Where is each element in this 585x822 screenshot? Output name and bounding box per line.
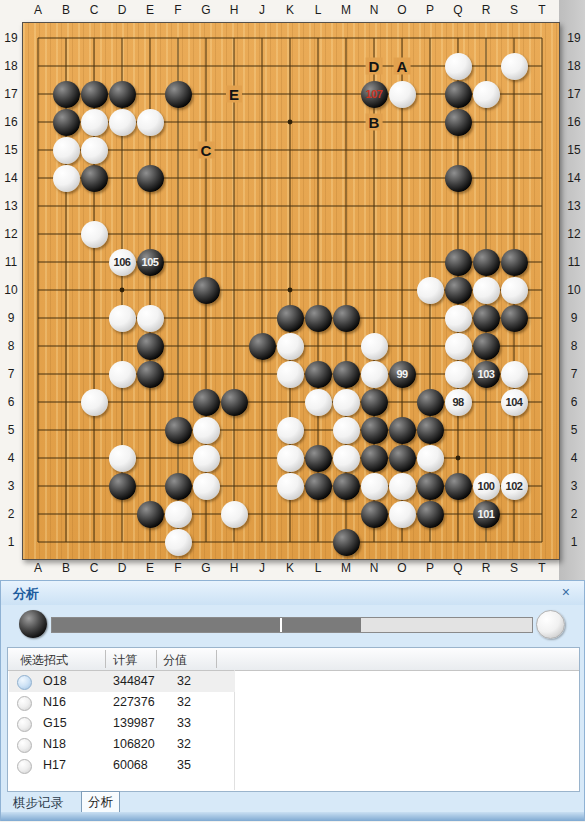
white-stone-F1[interactable] — [165, 529, 192, 556]
white-stone-H2[interactable] — [221, 501, 248, 528]
table-row-G15[interactable]: G1513998733 — [9, 713, 577, 734]
white-stone-C6[interactable] — [81, 389, 108, 416]
white-stone-R10[interactable] — [473, 277, 500, 304]
column-label: D — [111, 3, 133, 17]
move-number-label: 106 — [109, 249, 136, 276]
column-label: L — [307, 561, 329, 575]
white-stone-C15[interactable] — [81, 137, 108, 164]
black-stone-E7[interactable] — [137, 361, 164, 388]
row-label: 2 — [563, 507, 585, 521]
row-label: 6 — [0, 395, 22, 409]
board-annotation-C[interactable]: C — [198, 142, 215, 159]
candidate-stone-icon — [17, 717, 32, 732]
black-stone-P3[interactable] — [417, 473, 444, 500]
column-label: H — [223, 3, 245, 17]
calc-cell: 106820 — [113, 737, 155, 751]
table-row-O18[interactable]: O1834484732 — [9, 671, 235, 692]
black-stone-P5[interactable] — [417, 417, 444, 444]
black-stone-E14[interactable] — [137, 165, 164, 192]
white-stone-S6[interactable]: 104 — [501, 389, 528, 416]
black-stone-M9[interactable] — [333, 305, 360, 332]
black-stone-R7[interactable]: 103 — [473, 361, 500, 388]
row-label: 5 — [0, 423, 22, 437]
black-stone-R9[interactable] — [473, 305, 500, 332]
table-header-move[interactable]: 候选招式 — [20, 652, 68, 669]
white-stone-G5[interactable] — [193, 417, 220, 444]
move-cell: N16 — [43, 695, 66, 709]
column-label: T — [531, 561, 553, 575]
column-label: F — [167, 3, 189, 17]
candidate-stone-icon — [17, 759, 32, 774]
row-label: 11 — [0, 255, 22, 269]
column-label: G — [195, 561, 217, 575]
column-label: N — [363, 561, 385, 575]
black-stone-Q10[interactable] — [445, 277, 472, 304]
column-label: B — [55, 3, 77, 17]
black-stone-E8[interactable] — [137, 333, 164, 360]
white-stone-D16[interactable] — [109, 109, 136, 136]
black-stone-B16[interactable] — [53, 109, 80, 136]
calc-cell: 139987 — [113, 716, 155, 730]
black-stone-L4[interactable] — [305, 445, 332, 472]
white-stone-F2[interactable] — [165, 501, 192, 528]
row-label: 16 — [0, 115, 22, 129]
column-label: G — [195, 3, 217, 17]
table-header: 候选招式 计算 分值 — [8, 648, 579, 671]
column-label: J — [251, 561, 273, 575]
black-stone-L3[interactable] — [305, 473, 332, 500]
black-stone-F17[interactable] — [165, 81, 192, 108]
white-stone-D7[interactable] — [109, 361, 136, 388]
column-label: B — [55, 561, 77, 575]
black-stone-R8[interactable] — [473, 333, 500, 360]
row-label: 14 — [0, 171, 22, 185]
candidate-stone-icon — [17, 696, 32, 711]
row-label: 2 — [0, 507, 22, 521]
black-stone-indicator — [19, 610, 47, 638]
go-app-window: 1071059910310110698104100102ABCDE AABBCC… — [0, 0, 585, 822]
score-cell: 32 — [177, 695, 191, 709]
white-stone-K5[interactable] — [277, 417, 304, 444]
row-label: 13 — [563, 199, 585, 213]
white-stone-O17[interactable] — [389, 81, 416, 108]
column-label: A — [27, 3, 49, 17]
table-row-H17[interactable]: H176006835 — [9, 755, 577, 776]
move-number-label: 102 — [501, 473, 528, 500]
tab-move-record[interactable]: 棋步记录 — [9, 793, 67, 814]
black-stone-Q11[interactable] — [445, 249, 472, 276]
score-cell: 32 — [177, 737, 191, 751]
column-label: A — [27, 561, 49, 575]
black-stone-H6[interactable] — [221, 389, 248, 416]
table-header-score[interactable]: 分值 — [163, 652, 187, 669]
white-stone-C12[interactable] — [81, 221, 108, 248]
analysis-panel: 分析 × 候选招式 计算 分值 O1834484732N1622737632G1… — [0, 580, 585, 821]
progress-marker[interactable] — [280, 618, 282, 632]
move-number-label: 98 — [445, 389, 472, 416]
black-stone-O7[interactable]: 99 — [389, 361, 416, 388]
black-stone-L7[interactable] — [305, 361, 332, 388]
black-stone-B17[interactable] — [53, 81, 80, 108]
white-stone-P10[interactable] — [417, 277, 444, 304]
progress-bar[interactable] — [51, 617, 533, 633]
row-label: 10 — [0, 283, 22, 297]
black-stone-S11[interactable] — [501, 249, 528, 276]
column-label: R — [475, 561, 497, 575]
row-label: 9 — [563, 311, 585, 325]
row-label: 18 — [0, 59, 22, 73]
black-stone-F3[interactable] — [165, 473, 192, 500]
column-label: T — [531, 3, 553, 17]
row-label: 10 — [563, 283, 585, 297]
move-cell: N18 — [43, 737, 66, 751]
column-label: C — [83, 561, 105, 575]
black-stone-O5[interactable] — [389, 417, 416, 444]
column-label: E — [139, 3, 161, 17]
white-stone-N3[interactable] — [361, 473, 388, 500]
black-stone-Q14[interactable] — [445, 165, 472, 192]
column-label: J — [251, 3, 273, 17]
white-stone-G3[interactable] — [193, 473, 220, 500]
row-label: 7 — [0, 367, 22, 381]
column-label: P — [419, 3, 441, 17]
panel-title: 分析 — [13, 585, 39, 603]
table-row-N18[interactable]: N1810682032 — [9, 734, 577, 755]
go-board[interactable]: 1071059910310110698104100102ABCDE AABBCC… — [0, 0, 585, 580]
black-stone-Q16[interactable] — [445, 109, 472, 136]
black-stone-N2[interactable] — [361, 501, 388, 528]
row-label: 9 — [0, 311, 22, 325]
column-label: C — [83, 3, 105, 17]
black-stone-M7[interactable] — [333, 361, 360, 388]
progress-fill — [52, 618, 361, 632]
calc-cell: 227376 — [113, 695, 155, 709]
column-label: S — [503, 3, 525, 17]
row-label: 3 — [563, 479, 585, 493]
white-stone-C16[interactable] — [81, 109, 108, 136]
move-cell: H17 — [43, 758, 66, 772]
black-stone-M1[interactable] — [333, 529, 360, 556]
table-header-calc[interactable]: 计算 — [113, 652, 137, 669]
column-label: S — [503, 561, 525, 575]
black-stone-N17[interactable]: 107 — [361, 81, 388, 108]
white-stone-O3[interactable] — [389, 473, 416, 500]
black-stone-C14[interactable] — [81, 165, 108, 192]
row-label: 17 — [563, 87, 585, 101]
column-label: M — [335, 3, 357, 17]
panel-titlebar: 分析 × — [1, 581, 584, 605]
move-number-label: 105 — [137, 249, 164, 276]
row-label: 19 — [563, 31, 585, 45]
row-label: 18 — [563, 59, 585, 73]
black-stone-N4[interactable] — [361, 445, 388, 472]
move-number-label: 99 — [389, 361, 416, 388]
white-stone-Q9[interactable] — [445, 305, 472, 332]
tab-analysis[interactable]: 分析 — [81, 791, 120, 814]
white-stone-D4[interactable] — [109, 445, 136, 472]
white-stone-Q18[interactable] — [445, 53, 472, 80]
white-stone-Q7[interactable] — [445, 361, 472, 388]
row-label: 19 — [0, 31, 22, 45]
black-stone-S9[interactable] — [501, 305, 528, 332]
black-stone-G6[interactable] — [193, 389, 220, 416]
white-stone-Q8[interactable] — [445, 333, 472, 360]
bottom-strip — [1, 812, 584, 821]
row-label: 1 — [563, 535, 585, 549]
white-stone-O2[interactable] — [389, 501, 416, 528]
white-stone-K3[interactable] — [277, 473, 304, 500]
black-stone-O4[interactable] — [389, 445, 416, 472]
white-stone-L6[interactable] — [305, 389, 332, 416]
white-stone-M5[interactable] — [333, 417, 360, 444]
column-label: L — [307, 3, 329, 17]
black-stone-P6[interactable] — [417, 389, 444, 416]
table-row-N16[interactable]: N1622737632 — [9, 692, 577, 713]
black-stone-Q17[interactable] — [445, 81, 472, 108]
column-label: F — [167, 561, 189, 575]
white-stone-R3[interactable]: 100 — [473, 473, 500, 500]
tab-bar: 棋步记录 分析 — [1, 790, 584, 812]
column-label: M — [335, 561, 357, 575]
board-annotation-A[interactable]: A — [394, 58, 411, 75]
candidate-stone-icon — [17, 738, 32, 753]
row-label: 13 — [0, 199, 22, 213]
white-stone-K8[interactable] — [277, 333, 304, 360]
score-cell: 32 — [177, 674, 191, 688]
black-stone-D17[interactable] — [109, 81, 136, 108]
row-label: 8 — [0, 339, 22, 353]
score-cell: 33 — [177, 716, 191, 730]
black-stone-J8[interactable] — [249, 333, 276, 360]
move-cell: O18 — [43, 674, 67, 688]
calc-cell: 344847 — [113, 674, 155, 688]
black-stone-C17[interactable] — [81, 81, 108, 108]
white-stone-K7[interactable] — [277, 361, 304, 388]
move-number-label: 107 — [361, 81, 388, 108]
calc-cell: 60068 — [113, 758, 148, 772]
white-stone-R17[interactable] — [473, 81, 500, 108]
white-stone-B14[interactable] — [53, 165, 80, 192]
candidate-stone-icon — [17, 675, 32, 690]
column-label: O — [391, 561, 413, 575]
board-annotation-B[interactable]: B — [366, 114, 383, 131]
black-stone-D3[interactable] — [109, 473, 136, 500]
white-stone-S10[interactable] — [501, 277, 528, 304]
row-label: 12 — [0, 227, 22, 241]
column-label: R — [475, 3, 497, 17]
white-stone-E9[interactable] — [137, 305, 164, 332]
black-stone-M3[interactable] — [333, 473, 360, 500]
white-stone-Q6[interactable]: 98 — [445, 389, 472, 416]
black-stone-L9[interactable] — [305, 305, 332, 332]
column-label: P — [419, 561, 441, 575]
black-stone-P2[interactable] — [417, 501, 444, 528]
white-stone-M4[interactable] — [333, 445, 360, 472]
column-label: E — [139, 561, 161, 575]
analysis-table: 候选招式 计算 分值 O1834484732N1622737632G151399… — [7, 647, 580, 792]
white-stone-N8[interactable] — [361, 333, 388, 360]
row-label: 4 — [0, 451, 22, 465]
black-stone-E2[interactable] — [137, 501, 164, 528]
move-cell: G15 — [43, 716, 67, 730]
column-label: Q — [447, 561, 469, 575]
white-stone-G4[interactable] — [193, 445, 220, 472]
white-stone-E16[interactable] — [137, 109, 164, 136]
row-label: 15 — [0, 143, 22, 157]
close-icon[interactable]: × — [562, 584, 570, 600]
row-label: 1 — [0, 535, 22, 549]
column-label: Q — [447, 3, 469, 17]
row-label: 7 — [563, 367, 585, 381]
row-label: 8 — [563, 339, 585, 353]
white-stone-N7[interactable] — [361, 361, 388, 388]
column-label: H — [223, 561, 245, 575]
black-stone-R11[interactable] — [473, 249, 500, 276]
row-label: 11 — [563, 255, 585, 269]
column-label: O — [391, 3, 413, 17]
white-stone-K4[interactable] — [277, 445, 304, 472]
white-stone-M6[interactable] — [333, 389, 360, 416]
white-stone-D9[interactable] — [109, 305, 136, 332]
column-label: K — [279, 561, 301, 575]
row-label: 17 — [0, 87, 22, 101]
black-stone-K9[interactable] — [277, 305, 304, 332]
row-label: 15 — [563, 143, 585, 157]
white-stone-S7[interactable] — [501, 361, 528, 388]
row-label: 12 — [563, 227, 585, 241]
white-stone-S3[interactable]: 102 — [501, 473, 528, 500]
black-stone-R2[interactable]: 101 — [473, 501, 500, 528]
move-number-label: 104 — [501, 389, 528, 416]
move-number-label: 100 — [473, 473, 500, 500]
black-stone-N6[interactable] — [361, 389, 388, 416]
row-label: 14 — [563, 171, 585, 185]
row-label: 6 — [563, 395, 585, 409]
black-stone-F5[interactable] — [165, 417, 192, 444]
column-label: K — [279, 3, 301, 17]
board-annotation-E[interactable]: E — [226, 86, 242, 103]
column-label: N — [363, 3, 385, 17]
row-label: 5 — [563, 423, 585, 437]
board-annotation-D[interactable]: D — [366, 58, 383, 75]
black-stone-E11[interactable]: 105 — [137, 249, 164, 276]
black-stone-Q3[interactable] — [445, 473, 472, 500]
column-label: D — [111, 561, 133, 575]
move-number-label: 101 — [473, 501, 500, 528]
move-number-label: 103 — [473, 361, 500, 388]
row-label: 4 — [563, 451, 585, 465]
score-cell: 35 — [177, 758, 191, 772]
black-stone-N5[interactable] — [361, 417, 388, 444]
row-label: 3 — [0, 479, 22, 493]
white-stone-B15[interactable] — [53, 137, 80, 164]
white-stone-S18[interactable] — [501, 53, 528, 80]
white-stone-P4[interactable] — [417, 445, 444, 472]
white-stone-D11[interactable]: 106 — [109, 249, 136, 276]
row-label: 16 — [563, 115, 585, 129]
black-stone-G10[interactable] — [193, 277, 220, 304]
white-stone-indicator — [536, 610, 565, 639]
